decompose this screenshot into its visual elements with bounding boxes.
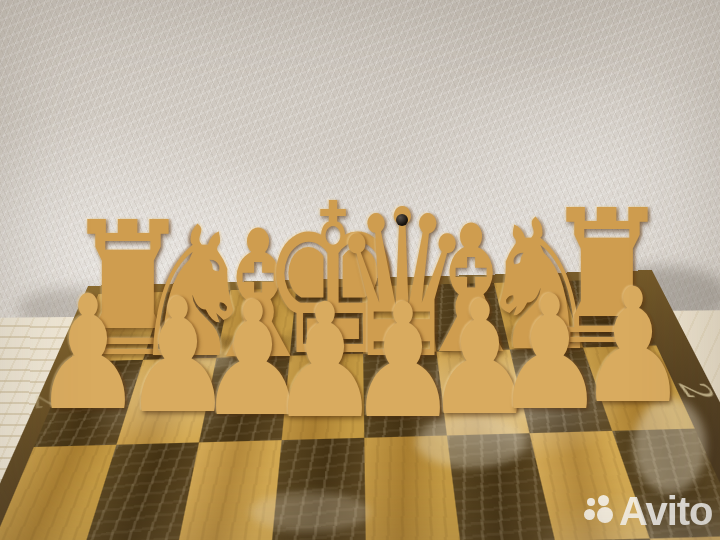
avito-logo-dot [597,507,613,523]
avito-watermark-text: Avito [619,494,713,528]
avito-logo-icon [584,494,614,528]
board-wear-mark [250,492,370,532]
pieces-layer: ♜♞♝♚♛♝♞♜♟♟♟♟♟♟♟♟ [0,0,720,540]
piece-white-pawn[interactable]: ♟ [578,267,688,425]
avito-logo-dot [584,509,595,520]
avito-logo-dot [598,495,609,506]
avito-watermark: Avito [584,494,713,528]
photo-of-chess-set: 2 3 2 ♜♞♝♚♛♝♞♜♟♟♟♟♟♟♟♟ Avito [0,0,720,540]
avito-logo-dot [587,498,595,506]
queen-finial-bead [396,214,408,226]
